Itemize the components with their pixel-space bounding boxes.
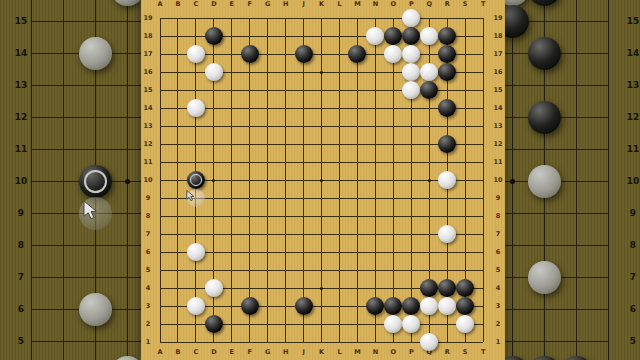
background-row-label-left: 6 [10,304,32,315]
background-row-label-left: 10 [10,176,32,187]
column-label-top: B [172,0,184,8]
row-label-right: 9 [491,194,505,202]
column-label-bottom: S [459,348,471,356]
last-move-circle-marker [190,174,202,186]
column-label-top: H [280,0,292,8]
row-label-right: 1 [491,338,505,346]
background-row-label-right: 5 [622,336,640,347]
column-label-top: O [387,0,399,8]
row-label-right: 12 [491,140,505,148]
grid-line-horizontal [160,198,483,199]
grid-line-horizontal [160,162,483,163]
background-stone-white [528,165,561,198]
column-label-bottom: N [369,348,381,356]
column-label-bottom: H [280,348,292,356]
grid-line-horizontal [160,216,483,217]
stone-white[interactable] [187,243,205,261]
background-row-label-right: 15 [622,16,640,27]
row-label-right: 16 [491,68,505,76]
stone-white[interactable] [187,45,205,63]
column-label-bottom: O [387,348,399,356]
row-label-left: 2 [141,320,155,328]
background-row-label-left: 9 [10,208,32,219]
background-row-label-right: 8 [622,240,640,251]
column-label-top: Q [423,0,435,8]
row-label-left: 18 [141,32,155,40]
column-label-bottom: K [316,348,328,356]
column-label-top: S [459,0,471,8]
mouse-cursor-icon [83,200,98,221]
column-label-bottom: T [477,348,489,356]
star-point [320,179,323,182]
column-label-top: C [190,0,202,8]
star-point [428,179,431,182]
row-label-right: 17 [491,50,505,58]
background-row-label-right: 13 [622,80,640,91]
zoom-board[interactable]: AABBCCDDEEFFGGHHJJKKLLMMNNOOPPQQRRSSTT19… [141,0,505,360]
background-row-label-right: 9 [622,208,640,219]
column-label-top: E [226,0,238,8]
go-app-screen: 1515141413131212111110109988776655 AABBC… [0,0,640,360]
row-label-right: 15 [491,86,505,94]
row-label-right: 10 [491,176,505,184]
stone-black[interactable] [187,171,205,189]
row-label-left: 17 [141,50,155,58]
background-row-label-left: 14 [10,48,32,59]
row-label-left: 1 [141,338,155,346]
column-label-bottom: D [208,348,220,356]
background-row-label-left: 12 [10,112,32,123]
grid-line-horizontal [160,234,483,235]
stone-black[interactable] [205,315,223,333]
background-row-label-right: 11 [622,144,640,155]
row-label-right: 8 [491,212,505,220]
background-stone-black [79,165,112,198]
stone-white[interactable] [187,297,205,315]
background-row-label-left: 5 [10,336,32,347]
stone-white[interactable] [205,63,223,81]
star-point [320,71,323,74]
background-row-label-left: 8 [10,240,32,251]
stone-white[interactable] [205,279,223,297]
stone-black[interactable] [295,297,313,315]
row-label-left: 11 [141,158,155,166]
column-label-top: D [208,0,220,8]
grid-line-horizontal [160,18,483,19]
row-label-left: 9 [141,194,155,202]
grid-line-horizontal [160,252,483,253]
background-row-label-left: 11 [10,144,32,155]
column-label-top: J [298,0,310,8]
row-label-left: 12 [141,140,155,148]
background-row-label-left: 15 [10,16,32,27]
column-label-top: M [351,0,363,8]
column-label-bottom: J [298,348,310,356]
column-label-top: N [369,0,381,8]
column-label-bottom: C [190,348,202,356]
row-label-left: 19 [141,14,155,22]
row-label-left: 13 [141,122,155,130]
grid-line-horizontal [160,54,483,55]
column-label-top: G [262,0,274,8]
background-last-move-circle-marker [84,170,107,193]
column-label-top: T [477,0,489,8]
background-row-label-right: 14 [622,48,640,59]
column-label-bottom: F [244,348,256,356]
column-label-top: A [154,0,166,8]
row-label-right: 2 [491,320,505,328]
row-label-left: 3 [141,302,155,310]
column-label-top: F [244,0,256,8]
mouse-cursor-mini-icon [186,190,195,202]
stone-black[interactable] [241,45,259,63]
row-label-right: 4 [491,284,505,292]
row-label-left: 7 [141,230,155,238]
grid-line-horizontal [160,270,483,271]
background-row-label-right: 10 [622,176,640,187]
column-label-bottom: M [351,348,363,356]
row-label-left: 4 [141,284,155,292]
row-label-right: 14 [491,104,505,112]
row-label-right: 18 [491,32,505,40]
column-label-bottom: R [441,348,453,356]
stone-black[interactable] [295,45,313,63]
row-label-right: 7 [491,230,505,238]
row-label-left: 16 [141,68,155,76]
column-label-top: P [405,0,417,8]
background-row-label-right: 6 [622,304,640,315]
grid-line-horizontal [160,144,483,145]
column-label-bottom: P [405,348,417,356]
row-label-left: 8 [141,212,155,220]
row-label-left: 15 [141,86,155,94]
star-point [320,287,323,290]
row-label-right: 5 [491,266,505,274]
background-row-label-left: 13 [10,80,32,91]
row-label-right: 6 [491,248,505,256]
row-label-left: 10 [141,176,155,184]
row-label-right: 11 [491,158,505,166]
row-label-left: 14 [141,104,155,112]
background-stone-white [528,261,561,294]
grid-line-horizontal [160,108,483,109]
row-label-right: 3 [491,302,505,310]
column-label-bottom: L [334,348,346,356]
row-label-right: 13 [491,122,505,130]
background-stone-white [79,293,112,326]
column-label-bottom: B [172,348,184,356]
column-label-bottom: E [226,348,238,356]
stone-black[interactable] [241,297,259,315]
column-label-top: K [316,0,328,8]
stone-white[interactable] [187,99,205,117]
background-row-label-left: 7 [10,272,32,283]
column-label-top: R [441,0,453,8]
column-label-bottom: G [262,348,274,356]
grid-line-horizontal [160,126,483,127]
row-label-right: 19 [491,14,505,22]
stone-black[interactable] [205,27,223,45]
background-row-label-right: 7 [622,272,640,283]
background-row-label-right: 12 [622,112,640,123]
column-label-bottom: A [154,348,166,356]
column-label-top: L [334,0,346,8]
row-label-left: 6 [141,248,155,256]
row-label-left: 5 [141,266,155,274]
